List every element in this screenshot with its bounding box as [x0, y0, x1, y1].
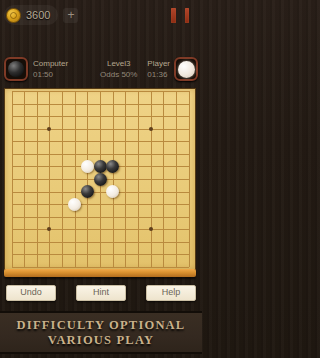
- player-info-bar: Computer 01:50 Level3 Odds 50% Player 01…: [4, 52, 198, 86]
- star-point: [149, 227, 153, 231]
- coin-balance[interactable]: 3600: [4, 5, 58, 25]
- action-buttons: Undo Hint Help: [6, 285, 196, 301]
- coin-icon: [6, 8, 21, 23]
- grid-line-v: [151, 91, 152, 267]
- computer-info: Computer 01:50: [33, 58, 90, 80]
- computer-stone-frame: [4, 57, 28, 81]
- player-name: Player: [147, 58, 170, 69]
- player-time: 01:36: [147, 69, 170, 80]
- board-bottom-edge: [4, 269, 196, 277]
- bottom-banner: DIFFICULTY OPTIONAL VARIOUS PLAY: [0, 311, 202, 354]
- stone-white: [68, 198, 81, 211]
- star-point: [47, 127, 51, 131]
- black-stone-icon: [8, 61, 24, 77]
- grid-line-h: [12, 242, 189, 243]
- odds-label: Odds 50%: [100, 69, 137, 80]
- grid-line-v: [138, 91, 139, 267]
- grid-line-v: [125, 91, 126, 267]
- pause-button[interactable]: [171, 8, 189, 23]
- undo-button[interactable]: Undo: [6, 285, 56, 301]
- star-point: [149, 127, 153, 131]
- stone-white: [81, 160, 94, 173]
- grid-line-h: [12, 192, 189, 193]
- pause-icon: [171, 8, 176, 23]
- stone-black: [94, 160, 107, 173]
- grid-line-h: [12, 254, 189, 255]
- grid-line-v: [163, 91, 164, 267]
- stone-black: [106, 160, 119, 173]
- grid-line-h: [12, 267, 189, 268]
- banner-line-2: VARIOUS PLAY: [48, 333, 154, 348]
- coin-amount: 3600: [26, 9, 50, 21]
- white-stone-icon: [178, 61, 195, 78]
- stone-black: [94, 173, 107, 186]
- grid-line-v: [113, 91, 114, 267]
- hint-button[interactable]: Hint: [76, 285, 126, 301]
- pause-icon: [185, 8, 190, 23]
- stone-white: [106, 185, 119, 198]
- add-coins-button[interactable]: +: [63, 8, 78, 23]
- top-bar: 3600 +: [4, 5, 198, 25]
- stone-black: [81, 185, 94, 198]
- computer-name: Computer: [33, 58, 90, 69]
- player-stone-frame: [174, 57, 198, 81]
- grid-line-h: [12, 229, 189, 230]
- star-point: [47, 227, 51, 231]
- player-info: Player 01:36: [147, 58, 170, 80]
- grid-line-v: [189, 91, 190, 267]
- board[interactable]: [5, 89, 195, 269]
- grid-line-v: [176, 91, 177, 267]
- computer-time: 01:50: [33, 69, 90, 80]
- help-button[interactable]: Help: [146, 285, 196, 301]
- grid-line-h: [12, 204, 189, 205]
- level-info: Level3 Odds 50%: [90, 58, 147, 80]
- banner-line-1: DIFFICULTY OPTIONAL: [17, 318, 186, 333]
- level-label: Level3: [107, 58, 131, 69]
- coin-group: 3600 +: [4, 5, 78, 25]
- grid-line-h: [12, 217, 189, 218]
